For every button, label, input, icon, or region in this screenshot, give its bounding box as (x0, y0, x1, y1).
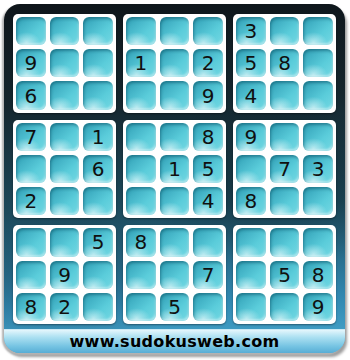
cell-r1c2[interactable] (50, 17, 80, 45)
box-3: 3584 (233, 14, 336, 113)
cell-r4c5[interactable] (160, 123, 190, 151)
cell-r8c5[interactable] (160, 261, 190, 289)
cell-r8c9[interactable]: 8 (303, 261, 333, 289)
cell-r6c2[interactable] (50, 187, 80, 215)
cell-r1c4[interactable] (126, 17, 156, 45)
cell-r3c1[interactable]: 6 (16, 81, 46, 109)
cell-r9c3[interactable] (83, 293, 113, 321)
cell-r7c4[interactable]: 8 (126, 228, 156, 256)
box-7: 5982 (13, 225, 116, 324)
website-url: www.sudokusweb.com (69, 332, 279, 351)
cell-r5c8[interactable]: 7 (270, 155, 300, 183)
cell-r7c5[interactable] (160, 228, 190, 256)
cell-r6c3[interactable] (83, 187, 113, 215)
sudoku-grid: 9612935847162815497385982875589 (13, 14, 336, 324)
cell-r9c2[interactable]: 2 (50, 293, 80, 321)
cell-r3c9[interactable] (303, 81, 333, 109)
cell-r5c1[interactable] (16, 155, 46, 183)
cell-r8c1[interactable] (16, 261, 46, 289)
cell-r1c6[interactable] (193, 17, 223, 45)
cell-r7c3[interactable]: 5 (83, 228, 113, 256)
cell-r7c9[interactable] (303, 228, 333, 256)
cell-r3c7[interactable]: 4 (236, 81, 266, 109)
cell-r5c3[interactable]: 6 (83, 155, 113, 183)
cell-r4c6[interactable]: 8 (193, 123, 223, 151)
cell-r3c5[interactable] (160, 81, 190, 109)
cell-r4c9[interactable] (303, 123, 333, 151)
cell-r8c8[interactable]: 5 (270, 261, 300, 289)
cell-r4c7[interactable]: 9 (236, 123, 266, 151)
cell-r9c9[interactable]: 9 (303, 293, 333, 321)
cell-r6c9[interactable] (303, 187, 333, 215)
cell-r2c1[interactable]: 9 (16, 49, 46, 77)
cell-r2c5[interactable] (160, 49, 190, 77)
cell-r8c6[interactable]: 7 (193, 261, 223, 289)
cell-r9c7[interactable] (236, 293, 266, 321)
cell-r1c3[interactable] (83, 17, 113, 45)
cell-r2c8[interactable]: 8 (270, 49, 300, 77)
footer-bar: www.sudokusweb.com (4, 329, 345, 353)
cell-r6c1[interactable]: 2 (16, 187, 46, 215)
cell-r3c2[interactable] (50, 81, 80, 109)
box-5: 8154 (123, 120, 226, 219)
cell-r3c6[interactable]: 9 (193, 81, 223, 109)
cell-r7c6[interactable] (193, 228, 223, 256)
cell-r4c1[interactable]: 7 (16, 123, 46, 151)
cell-r6c7[interactable]: 8 (236, 187, 266, 215)
cell-r1c1[interactable] (16, 17, 46, 45)
cell-r9c8[interactable] (270, 293, 300, 321)
cell-r7c7[interactable] (236, 228, 266, 256)
page: 9612935847162815497385982875589 www.sudo… (0, 0, 350, 360)
cell-r3c8[interactable] (270, 81, 300, 109)
cell-r1c8[interactable] (270, 17, 300, 45)
cell-r1c5[interactable] (160, 17, 190, 45)
cell-r5c4[interactable] (126, 155, 156, 183)
cell-r1c9[interactable] (303, 17, 333, 45)
cell-r2c6[interactable]: 2 (193, 49, 223, 77)
box-9: 589 (233, 225, 336, 324)
cell-r4c3[interactable]: 1 (83, 123, 113, 151)
cell-r9c4[interactable] (126, 293, 156, 321)
cell-r7c8[interactable] (270, 228, 300, 256)
cell-r8c3[interactable] (83, 261, 113, 289)
cell-r2c9[interactable] (303, 49, 333, 77)
cell-r4c8[interactable] (270, 123, 300, 151)
cell-r2c4[interactable]: 1 (126, 49, 156, 77)
cell-r2c7[interactable]: 5 (236, 49, 266, 77)
cell-r1c7[interactable]: 3 (236, 17, 266, 45)
box-4: 7162 (13, 120, 116, 219)
cell-r9c6[interactable] (193, 293, 223, 321)
box-6: 9738 (233, 120, 336, 219)
cell-r4c2[interactable] (50, 123, 80, 151)
cell-r6c6[interactable]: 4 (193, 187, 223, 215)
cell-r5c5[interactable]: 1 (160, 155, 190, 183)
cell-r3c4[interactable] (126, 81, 156, 109)
cell-r9c5[interactable]: 5 (160, 293, 190, 321)
box-8: 875 (123, 225, 226, 324)
cell-r4c4[interactable] (126, 123, 156, 151)
cell-r8c4[interactable] (126, 261, 156, 289)
cell-r6c5[interactable] (160, 187, 190, 215)
box-2: 129 (123, 14, 226, 113)
cell-r6c8[interactable] (270, 187, 300, 215)
cell-r5c7[interactable] (236, 155, 266, 183)
box-1: 96 (13, 14, 116, 113)
cell-r5c2[interactable] (50, 155, 80, 183)
sudoku-board: 9612935847162815497385982875589 www.sudo… (4, 4, 345, 353)
cell-r3c3[interactable] (83, 81, 113, 109)
cell-r6c4[interactable] (126, 187, 156, 215)
cell-r8c2[interactable]: 9 (50, 261, 80, 289)
cell-r2c2[interactable] (50, 49, 80, 77)
cell-r9c1[interactable]: 8 (16, 293, 46, 321)
cell-r5c6[interactable]: 5 (193, 155, 223, 183)
cell-r7c1[interactable] (16, 228, 46, 256)
cell-r7c2[interactable] (50, 228, 80, 256)
cell-r5c9[interactable]: 3 (303, 155, 333, 183)
cell-r2c3[interactable] (83, 49, 113, 77)
cell-r8c7[interactable] (236, 261, 266, 289)
